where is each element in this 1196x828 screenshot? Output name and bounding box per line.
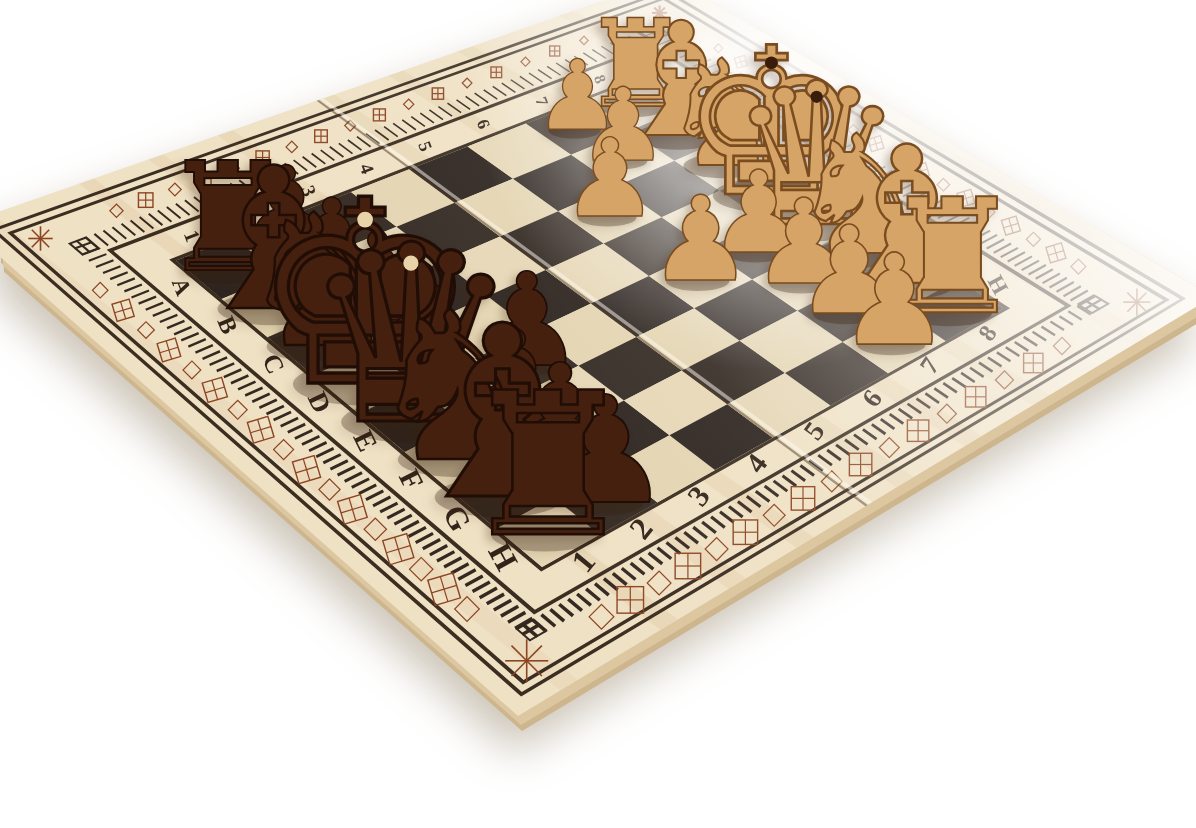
svg-text:♜: ♜ (459, 350, 637, 581)
piece-white-pawn-h7[interactable]: ♟ (838, 227, 951, 374)
product-photo-chess-set: AA11BB22CC33DD44EE55FF66GG77HH88 ♜♟♝♟♞♚♟… (0, 0, 1196, 828)
piece-black-rook-h1[interactable]: ♜ (459, 350, 637, 581)
svg-text:♟: ♟ (838, 227, 951, 374)
piece-white-pawn-e6[interactable]: ♟ (648, 171, 753, 308)
svg-text:♟: ♟ (648, 171, 753, 308)
piece-white-pawn-c6[interactable]: ♟ (561, 115, 658, 242)
svg-text:♟: ♟ (561, 115, 658, 242)
chess-pieces-layer: ♜♟♝♟♞♚♟♛♟♟♞♜♟♟♝♟♝♜♟♟♟♞♟♟♚♛♟♞♟♝♟♜ (0, 0, 1196, 828)
